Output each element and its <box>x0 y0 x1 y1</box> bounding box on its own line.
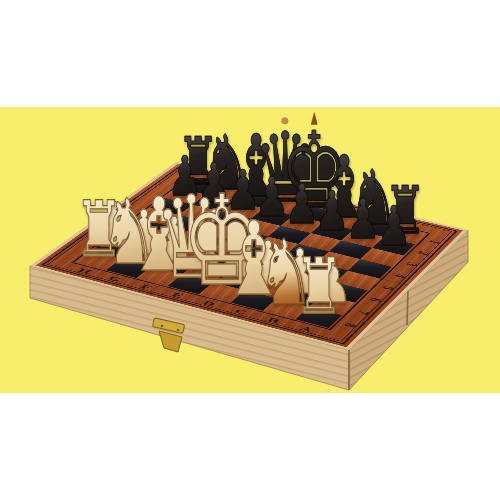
fold-seam-side <box>407 291 408 325</box>
product-photo-chess-set: HGFEDCBA12345678 ♜♞♟♝♟♛♟♚♟♝♟♞♟♜♟♟♟♟♜♟♞♟♝… <box>0 0 500 500</box>
